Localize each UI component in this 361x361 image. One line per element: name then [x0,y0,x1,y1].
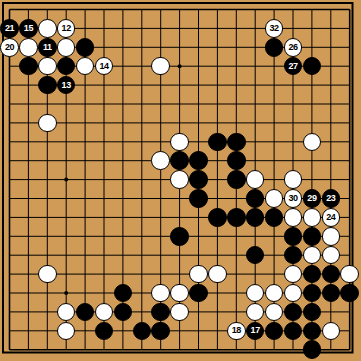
black-stone [170,227,189,246]
white-stone [38,265,57,284]
move-number-label: 11 [43,43,52,52]
black-stone-move-11: 11 [38,38,57,57]
black-stone [227,151,246,170]
white-stone [322,322,341,341]
white-stone [189,265,208,284]
white-stone [38,114,57,133]
move-number-label: 23 [326,194,335,203]
black-stone [303,340,322,359]
black-stone-move-21: 21 [0,19,19,38]
white-stone-move-32: 32 [265,19,284,38]
move-number-label: 13 [62,81,71,90]
black-stone [76,38,95,57]
black-stone [246,189,265,208]
black-stone [151,322,170,341]
move-number-label: 32 [269,24,278,33]
black-stone [189,151,208,170]
black-stone [246,208,265,227]
white-stone-move-30: 30 [284,189,303,208]
white-stone [322,227,341,246]
black-stone [227,208,246,227]
move-number-label: 18 [232,326,241,335]
go-board: 21151232201126142713302923241817 [0,0,361,361]
black-stone [227,133,246,152]
black-stone [227,170,246,189]
white-stone-move-20: 20 [0,38,19,57]
white-stone-move-24: 24 [322,208,341,227]
black-stone [208,208,227,227]
white-stone [170,303,189,322]
star-point [64,291,68,295]
move-number-label: 26 [288,43,297,52]
white-stone [265,189,284,208]
move-number-label: 20 [5,43,14,52]
black-stone [208,133,227,152]
move-number-label: 21 [5,24,14,33]
move-number-label: 12 [62,24,71,33]
move-number-label: 15 [24,24,33,33]
white-stone [284,208,303,227]
move-number-label: 17 [251,326,260,335]
white-stone [151,151,170,170]
black-stone [265,38,284,57]
black-stone-move-29: 29 [303,189,322,208]
black-stone [189,170,208,189]
black-stone [303,322,322,341]
black-stone [284,227,303,246]
black-stone [170,151,189,170]
move-number-label: 24 [326,213,335,222]
black-stone [38,76,57,95]
white-stone [170,170,189,189]
black-stone-move-23: 23 [322,189,341,208]
white-stone [151,284,170,303]
white-stone [208,265,227,284]
move-number-label: 29 [307,194,316,203]
white-stone [38,57,57,76]
move-number-label: 14 [99,62,108,71]
white-stone [38,19,57,38]
white-stone [284,170,303,189]
black-stone [19,57,38,76]
white-stone [19,38,38,57]
white-stone [303,208,322,227]
black-stone [340,284,359,303]
white-stone [170,133,189,152]
white-stone [170,284,189,303]
black-stone [151,303,170,322]
star-point [64,178,68,182]
white-stone-move-26: 26 [284,38,303,57]
black-stone-move-15: 15 [19,19,38,38]
white-stone [303,133,322,152]
black-stone [303,227,322,246]
star-point [178,64,182,68]
white-stone-move-12: 12 [57,19,76,38]
black-stone [133,322,152,341]
black-stone [265,208,284,227]
white-stone-move-18: 18 [227,322,246,341]
move-number-label: 30 [288,194,297,203]
white-stone [57,38,76,57]
move-number-label: 27 [288,62,297,71]
black-stone [189,189,208,208]
black-stone [189,284,208,303]
